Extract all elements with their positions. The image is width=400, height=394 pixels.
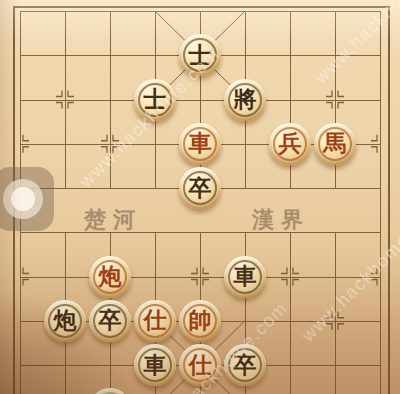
piece-unknown-piece-cropped[interactable] [89, 388, 131, 394]
piece-glyph: 車 [234, 264, 257, 287]
piece-glyph: 卒 [189, 176, 212, 199]
piece-black-soldier[interactable]: 卒 [224, 344, 266, 386]
piece-black-cannon[interactable]: 炮 [44, 300, 86, 342]
piece-black-soldier[interactable]: 卒 [89, 300, 131, 342]
xiangqi-board-screen: 楚河 漢界 士士將車兵馬卒炮車炮卒仕帥車仕卒 www.hackhome.com … [0, 0, 400, 394]
piece-glyph: 車 [189, 131, 212, 154]
piece-red-advisor[interactable]: 仕 [179, 344, 221, 386]
piece-black-advisor[interactable]: 士 [134, 79, 176, 121]
piece-black-chariot[interactable]: 車 [224, 256, 266, 298]
piece-glyph: 卒 [234, 353, 257, 376]
piece-glyph: 炮 [99, 264, 122, 287]
piece-glyph: 帥 [189, 308, 212, 331]
piece-glyph: 車 [144, 353, 167, 376]
piece-black-advisor[interactable]: 士 [179, 34, 221, 76]
piece-red-horse[interactable]: 馬 [314, 123, 356, 165]
piece-red-cannon[interactable]: 炮 [89, 256, 131, 298]
piece-red-chariot[interactable]: 車 [179, 123, 221, 165]
piece-glyph: 士 [189, 43, 212, 66]
piece-black-soldier[interactable]: 卒 [179, 167, 221, 209]
piece-glyph: 馬 [324, 131, 347, 154]
piece-black-chariot[interactable]: 車 [134, 344, 176, 386]
piece-glyph: 仕 [144, 308, 167, 331]
piece-glyph: 將 [234, 87, 257, 110]
piece-red-advisor[interactable]: 仕 [134, 300, 176, 342]
piece-glyph: 仕 [189, 353, 212, 376]
piece-red-general[interactable]: 帥 [179, 300, 221, 342]
piece-glyph: 卒 [99, 308, 122, 331]
piece-red-soldier[interactable]: 兵 [269, 123, 311, 165]
pieces-layer: 士士將車兵馬卒炮車炮卒仕帥車仕卒 [0, 0, 400, 394]
piece-glyph: 兵 [279, 131, 302, 154]
piece-glyph: 炮 [54, 308, 77, 331]
piece-black-general[interactable]: 將 [224, 79, 266, 121]
floating-assistive-button[interactable] [0, 167, 54, 231]
piece-glyph: 士 [144, 87, 167, 110]
